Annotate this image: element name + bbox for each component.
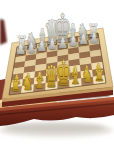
svg-text:♝: ♝ xyxy=(69,63,81,88)
chess-piece-black-pawn: ♟ xyxy=(78,31,89,48)
svg-text:♞: ♞ xyxy=(22,72,34,94)
svg-text:♟: ♟ xyxy=(78,31,89,48)
svg-text:♟: ♟ xyxy=(26,39,37,56)
chess-piece-white-rook: ♜ xyxy=(10,77,21,95)
chess-piece-black-pawn: ♟ xyxy=(68,33,79,50)
chess-piece-black-pawn: ♟ xyxy=(16,41,27,58)
chess-set-photo: ♜♞♝♛♚♝♞♜♟♟♟♟♟♟♟♟♟♟♟♟♟♟♟♟♜♞♝♛♚♝♞♜ xyxy=(0,0,114,144)
svg-text:♜: ♜ xyxy=(10,77,21,95)
chess-piece-black-pawn: ♟ xyxy=(57,34,68,51)
svg-text:♟: ♟ xyxy=(37,38,48,55)
chess-piece-white-bishop: ♝ xyxy=(69,63,81,88)
svg-text:♟: ♟ xyxy=(68,33,79,50)
svg-text:♜: ♜ xyxy=(94,66,105,84)
chess-piece-white-knight: ♞ xyxy=(82,65,94,87)
svg-text:♟: ♟ xyxy=(89,29,100,46)
chess-piece-white-knight: ♞ xyxy=(22,72,34,94)
svg-text:♟: ♟ xyxy=(47,36,58,53)
chess-piece-black-pawn: ♟ xyxy=(89,29,100,46)
svg-text:♟: ♟ xyxy=(57,34,68,51)
chess-scene: ♜♞♝♛♚♝♞♜♟♟♟♟♟♟♟♟♟♟♟♟♟♟♟♟♜♞♝♛♚♝♞♜ xyxy=(0,0,114,144)
chess-piece-white-rook: ♜ xyxy=(94,66,105,84)
chess-piece-black-pawn: ♟ xyxy=(26,39,37,56)
chess-piece-black-pawn: ♟ xyxy=(47,36,58,53)
svg-text:♟: ♟ xyxy=(16,41,27,58)
ground-shadow xyxy=(0,123,113,137)
svg-text:♞: ♞ xyxy=(82,65,94,87)
chess-piece-black-pawn: ♟ xyxy=(37,38,48,55)
